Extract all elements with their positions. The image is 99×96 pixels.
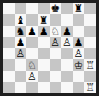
square-b7[interactable]: ♝: [15, 14, 27, 25]
square-e7[interactable]: [50, 14, 62, 25]
square-d3[interactable]: [38, 59, 50, 70]
white-pawn-icon[interactable]: ♙: [62, 37, 71, 48]
square-b8[interactable]: [15, 3, 27, 14]
black-rook-icon[interactable]: ♜: [74, 3, 83, 14]
white-pawn-icon[interactable]: ♙: [74, 48, 83, 59]
square-d1[interactable]: [38, 82, 50, 93]
black-pawn-icon[interactable]: ♟: [16, 37, 25, 48]
black-knight-icon[interactable]: ♞: [16, 26, 25, 37]
square-h6[interactable]: [84, 26, 96, 37]
black-pawn-icon[interactable]: ♟: [27, 26, 36, 37]
square-e6[interactable]: ♘: [50, 26, 62, 37]
square-a8[interactable]: [3, 3, 15, 14]
square-a7[interactable]: [3, 14, 15, 25]
square-e3[interactable]: [50, 59, 62, 70]
square-g1[interactable]: [73, 82, 85, 93]
white-rook-icon[interactable]: ♖: [85, 82, 94, 93]
white-pawn-icon[interactable]: ♙: [51, 37, 60, 48]
square-d5[interactable]: [38, 37, 50, 48]
square-a5[interactable]: [3, 37, 15, 48]
square-c7[interactable]: [26, 14, 38, 25]
square-f5[interactable]: ♙: [61, 37, 73, 48]
white-knight-icon[interactable]: ♘: [51, 26, 60, 37]
square-b6[interactable]: ♞: [15, 26, 27, 37]
square-e1[interactable]: [50, 82, 62, 93]
square-c2[interactable]: ♙: [26, 71, 38, 82]
square-c1[interactable]: [26, 82, 38, 93]
square-h1[interactable]: ♖: [84, 82, 96, 93]
square-a4[interactable]: [3, 48, 15, 59]
white-pawn-icon[interactable]: ♙: [27, 71, 36, 82]
square-f6[interactable]: ♟: [61, 26, 73, 37]
square-h8[interactable]: [84, 3, 96, 14]
square-c6[interactable]: ♟: [26, 26, 38, 37]
square-d4[interactable]: [38, 48, 50, 59]
white-pawn-icon[interactable]: ♙: [16, 48, 25, 59]
square-f8[interactable]: [61, 3, 73, 14]
square-f7[interactable]: [61, 14, 73, 25]
square-g4[interactable]: ♙: [73, 48, 85, 59]
square-f4[interactable]: [61, 48, 73, 59]
square-g5[interactable]: ♟: [73, 37, 85, 48]
square-c4[interactable]: [26, 48, 38, 59]
square-g7[interactable]: [73, 14, 85, 25]
square-h3[interactable]: ♖: [84, 59, 96, 70]
square-b1[interactable]: [15, 82, 27, 93]
square-d2[interactable]: [38, 71, 50, 82]
square-b4[interactable]: ♙: [15, 48, 27, 59]
square-f3[interactable]: [61, 59, 73, 70]
square-e4[interactable]: [50, 48, 62, 59]
square-h4[interactable]: [84, 48, 96, 59]
square-b3[interactable]: [15, 59, 27, 70]
square-g2[interactable]: [73, 71, 85, 82]
square-f2[interactable]: [61, 71, 73, 82]
chess-board-grid: ♚♜♝♜♞♟♟♘♟♟♙♙♟♙♙♘♔♖♙♖: [3, 3, 96, 93]
square-g3[interactable]: ♔: [73, 59, 85, 70]
black-bishop-icon[interactable]: ♝: [16, 15, 25, 26]
square-h5[interactable]: [84, 37, 96, 48]
black-pawn-icon[interactable]: ♟: [39, 26, 48, 37]
square-c5[interactable]: [26, 37, 38, 48]
square-b2[interactable]: [15, 71, 27, 82]
white-rook-icon[interactable]: ♖: [85, 60, 94, 71]
black-pawn-icon[interactable]: ♟: [62, 26, 71, 37]
square-c3[interactable]: ♘: [26, 59, 38, 70]
square-e2[interactable]: [50, 71, 62, 82]
chess-board: ♚♜♝♜♞♟♟♘♟♟♙♙♟♙♙♘♔♖♙♖: [0, 0, 99, 96]
square-d7[interactable]: ♜: [38, 14, 50, 25]
square-a2[interactable]: [3, 71, 15, 82]
square-a3[interactable]: [3, 59, 15, 70]
square-c8[interactable]: [26, 3, 38, 14]
square-a1[interactable]: [3, 82, 15, 93]
black-king-icon[interactable]: ♚: [51, 3, 60, 14]
square-d6[interactable]: ♟: [38, 26, 50, 37]
square-f1[interactable]: [61, 82, 73, 93]
square-e5[interactable]: ♙: [50, 37, 62, 48]
square-g8[interactable]: ♜: [73, 3, 85, 14]
black-rook-icon[interactable]: ♜: [39, 15, 48, 26]
square-h7[interactable]: [84, 14, 96, 25]
square-e8[interactable]: ♚: [50, 3, 62, 14]
square-g6[interactable]: [73, 26, 85, 37]
square-h2[interactable]: [84, 71, 96, 82]
black-pawn-icon[interactable]: ♟: [74, 37, 83, 48]
white-king-icon[interactable]: ♔: [74, 60, 83, 71]
square-a6[interactable]: [3, 26, 15, 37]
square-d8[interactable]: [38, 3, 50, 14]
square-b5[interactable]: ♟: [15, 37, 27, 48]
white-knight-icon[interactable]: ♘: [27, 60, 36, 71]
